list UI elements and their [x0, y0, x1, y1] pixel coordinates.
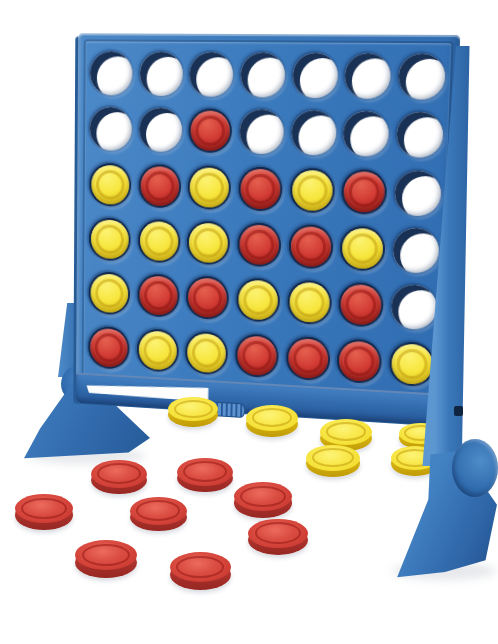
- cell-r5c3[interactable]: [182, 270, 233, 327]
- filled-hole: [342, 169, 388, 215]
- cell-r4c3[interactable]: [183, 215, 234, 272]
- empty-hole: [391, 284, 438, 330]
- cell-r2c6[interactable]: [339, 105, 394, 164]
- filled-hole: [88, 326, 129, 370]
- yellow-board-disc: [292, 170, 333, 211]
- cell-r2c5[interactable]: [287, 104, 341, 162]
- yellow-board-disc: [238, 280, 278, 321]
- loose-yellow-disc[interactable]: [168, 397, 218, 428]
- empty-hole: [139, 108, 182, 153]
- cell-r3c4[interactable]: [234, 160, 286, 218]
- red-board-disc: [341, 284, 383, 326]
- empty-hole: [90, 107, 132, 151]
- yellow-board-disc: [187, 333, 226, 374]
- empty-hole: [394, 170, 441, 216]
- cell-r3c1[interactable]: [86, 156, 135, 212]
- board-grid: [84, 45, 450, 393]
- cell-r6c6[interactable]: [333, 332, 387, 390]
- cell-r4c4[interactable]: [233, 216, 285, 274]
- loose-red-disc[interactable]: [91, 460, 147, 495]
- filled-hole: [187, 221, 230, 266]
- cell-r3c2[interactable]: [134, 158, 184, 215]
- cell-r1c5[interactable]: [288, 47, 342, 105]
- loose-yellow-disc[interactable]: [306, 445, 360, 478]
- filled-hole: [188, 165, 232, 210]
- filled-hole: [287, 280, 332, 326]
- empty-hole: [139, 52, 182, 97]
- loose-red-disc[interactable]: [130, 497, 187, 532]
- yellow-board-disc: [342, 228, 384, 270]
- filled-hole: [189, 109, 233, 154]
- red-board-disc: [237, 335, 277, 376]
- filled-hole: [138, 219, 181, 263]
- empty-hole: [90, 51, 132, 95]
- cell-r3c7[interactable]: [390, 164, 446, 223]
- cell-r1c1[interactable]: [86, 45, 136, 102]
- cell-r2c2[interactable]: [135, 102, 186, 159]
- empty-hole: [240, 53, 285, 98]
- red-disc-face: [15, 494, 73, 523]
- cell-r5c2[interactable]: [133, 268, 183, 325]
- filled-hole: [289, 168, 334, 214]
- filled-hole: [288, 224, 333, 270]
- cell-r4c5[interactable]: [284, 218, 337, 276]
- cell-r4c2[interactable]: [134, 213, 184, 270]
- cell-r4c6[interactable]: [336, 219, 390, 278]
- filled-hole: [235, 333, 279, 378]
- filled-hole: [185, 331, 228, 376]
- yellow-board-disc: [391, 343, 433, 385]
- cell-r4c7[interactable]: [388, 221, 443, 280]
- yellow-board-disc: [289, 282, 330, 323]
- red-disc-face: [177, 458, 233, 486]
- filled-hole: [337, 338, 383, 384]
- red-disc-face: [130, 497, 187, 525]
- red-board-disc: [90, 328, 128, 368]
- yellow-disc-face: [168, 397, 218, 422]
- yellow-disc-face: [306, 445, 360, 471]
- stand-slot: [454, 406, 463, 416]
- red-disc-face: [91, 460, 147, 488]
- yellow-board-disc: [90, 274, 128, 314]
- cell-r2c1[interactable]: [86, 101, 136, 157]
- cell-r5c5[interactable]: [283, 274, 336, 332]
- yellow-board-disc: [138, 330, 176, 370]
- loose-red-disc[interactable]: [177, 458, 233, 493]
- yellow-board-disc: [91, 219, 129, 259]
- red-board-disc: [139, 276, 178, 316]
- cell-r2c4[interactable]: [235, 103, 288, 161]
- red-disc-face: [234, 482, 292, 511]
- filled-hole: [136, 328, 178, 372]
- yellow-board-disc: [139, 221, 178, 261]
- empty-hole: [239, 110, 284, 155]
- cell-r1c6[interactable]: [341, 47, 396, 106]
- cell-r6c1[interactable]: [84, 320, 133, 376]
- cell-r6c3[interactable]: [182, 324, 233, 381]
- red-board-disc: [290, 226, 331, 267]
- connect-four-board: [76, 33, 460, 426]
- cell-r1c3[interactable]: [186, 46, 238, 103]
- cell-r2c7[interactable]: [392, 106, 448, 165]
- cell-r3c6[interactable]: [337, 162, 392, 221]
- red-board-disc: [288, 338, 329, 379]
- cell-r3c3[interactable]: [184, 159, 235, 216]
- yellow-board-disc: [190, 167, 230, 208]
- cell-r3c5[interactable]: [285, 161, 339, 219]
- loose-red-disc[interactable]: [248, 519, 308, 556]
- empty-hole: [398, 54, 446, 100]
- cell-r1c2[interactable]: [136, 46, 187, 103]
- empty-hole: [292, 53, 338, 99]
- empty-hole: [393, 228, 440, 274]
- cell-r1c7[interactable]: [394, 47, 450, 106]
- filled-hole: [89, 217, 131, 261]
- red-board-disc: [344, 171, 386, 213]
- empty-hole: [396, 112, 444, 158]
- filled-hole: [137, 274, 179, 318]
- filled-hole: [89, 163, 131, 207]
- loose-red-disc[interactable]: [15, 494, 73, 530]
- empty-hole: [345, 53, 392, 99]
- filled-hole: [340, 226, 386, 272]
- cell-r6c4[interactable]: [231, 327, 283, 385]
- cell-r5c6[interactable]: [334, 276, 388, 335]
- loose-red-disc[interactable]: [170, 552, 231, 590]
- empty-hole: [343, 111, 390, 157]
- loose-yellow-disc[interactable]: [246, 405, 298, 437]
- cell-r5c4[interactable]: [232, 272, 284, 330]
- filled-hole: [88, 272, 130, 316]
- filled-hole: [138, 164, 181, 209]
- filled-hole: [236, 278, 280, 323]
- filled-hole: [238, 166, 283, 211]
- empty-hole: [189, 52, 233, 97]
- filled-hole: [389, 341, 436, 387]
- red-board-disc: [240, 168, 280, 209]
- filled-hole: [237, 222, 281, 267]
- empty-hole: [291, 110, 337, 156]
- cell-r4c1[interactable]: [85, 211, 134, 267]
- yellow-disc-face: [246, 405, 298, 431]
- cell-r6c2[interactable]: [133, 322, 183, 379]
- yellow-board-disc: [189, 223, 229, 264]
- red-board-disc: [239, 224, 279, 265]
- right-stand-pivot: [452, 439, 498, 497]
- red-board-disc: [191, 111, 231, 152]
- cell-r2c3[interactable]: [185, 103, 237, 160]
- yellow-disc-face: [320, 419, 372, 445]
- filled-hole: [186, 276, 229, 321]
- yellow-board-disc: [91, 165, 129, 205]
- tabletop-scene: [0, 0, 498, 644]
- cell-r5c1[interactable]: [85, 266, 134, 322]
- red-board-disc: [339, 340, 381, 382]
- cell-r1c4[interactable]: [236, 46, 289, 104]
- loose-red-disc[interactable]: [75, 540, 137, 578]
- red-disc-face: [170, 552, 231, 582]
- red-disc-face: [248, 519, 308, 549]
- red-board-disc: [188, 278, 227, 319]
- loose-red-disc[interactable]: [234, 482, 292, 518]
- cell-r6c5[interactable]: [282, 329, 335, 387]
- filled-hole: [286, 336, 331, 382]
- red-board-disc: [140, 166, 179, 206]
- filled-hole: [338, 282, 384, 328]
